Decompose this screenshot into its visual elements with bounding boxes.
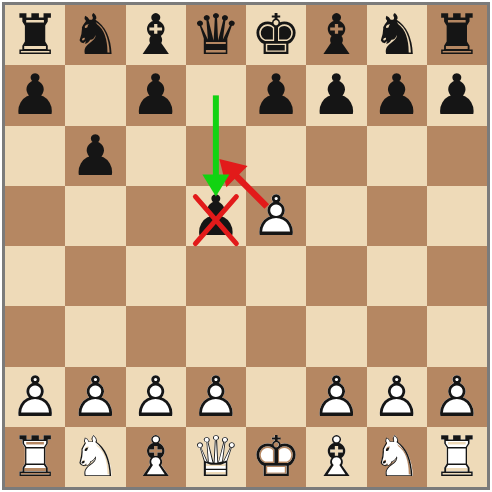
square-b8[interactable]: ♞	[65, 5, 125, 65]
white-pawn: ♟♙	[126, 367, 186, 427]
white-piece-outline: ♙	[367, 367, 427, 427]
white-piece-outline: ♗	[126, 427, 186, 487]
white-piece-outline: ♙	[306, 367, 366, 427]
square-e6[interactable]	[246, 126, 306, 186]
white-piece-outline: ♔	[246, 427, 306, 487]
white-king: ♚♔	[246, 427, 306, 487]
white-piece-outline: ♕	[186, 427, 246, 487]
square-c1[interactable]: ♝♗	[126, 427, 186, 487]
white-pawn: ♟♙	[65, 367, 125, 427]
white-piece-outline: ♙	[186, 367, 246, 427]
square-d8[interactable]: ♛	[186, 5, 246, 65]
white-piece-outline: ♙	[65, 367, 125, 427]
black-pawn: ♟	[186, 186, 246, 246]
square-e7[interactable]: ♟	[246, 65, 306, 125]
black-pawn: ♟	[246, 65, 306, 125]
square-e1[interactable]: ♚♔	[246, 427, 306, 487]
chess-board[interactable]: ♜♞♝♛♚♝♞♜♟♟♟♟♟♟♟♟♟♙♟♙♟♙♟♙♟♙♟♙♟♙♟♙♜♖♞♘♝♗♛♕…	[5, 5, 487, 487]
square-a8[interactable]: ♜	[5, 5, 65, 65]
square-f2[interactable]: ♟♙	[306, 367, 366, 427]
square-a1[interactable]: ♜♖	[5, 427, 65, 487]
chess-diagram: ♜♞♝♛♚♝♞♜♟♟♟♟♟♟♟♟♟♙♟♙♟♙♟♙♟♙♟♙♟♙♟♙♜♖♞♘♝♗♛♕…	[0, 0, 492, 492]
square-f8[interactable]: ♝	[306, 5, 366, 65]
white-knight: ♞♘	[65, 427, 125, 487]
square-c3[interactable]	[126, 306, 186, 366]
white-piece-outline: ♗	[306, 427, 366, 487]
square-b4[interactable]	[65, 246, 125, 306]
black-rook: ♜	[5, 5, 65, 65]
square-h8[interactable]: ♜	[427, 5, 487, 65]
square-c5[interactable]	[126, 186, 186, 246]
square-d6[interactable]	[186, 126, 246, 186]
black-pawn: ♟	[126, 65, 186, 125]
square-g1[interactable]: ♞♘	[367, 427, 427, 487]
white-piece-outline: ♙	[5, 367, 65, 427]
white-pawn: ♟♙	[306, 367, 366, 427]
square-g8[interactable]: ♞	[367, 5, 427, 65]
square-b2[interactable]: ♟♙	[65, 367, 125, 427]
white-pawn: ♟♙	[5, 367, 65, 427]
square-d5[interactable]: ♟	[186, 186, 246, 246]
white-piece-outline: ♖	[427, 427, 487, 487]
white-piece-outline: ♙	[126, 367, 186, 427]
square-h6[interactable]	[427, 126, 487, 186]
board-frame: ♜♞♝♛♚♝♞♜♟♟♟♟♟♟♟♟♟♙♟♙♟♙♟♙♟♙♟♙♟♙♟♙♜♖♞♘♝♗♛♕…	[2, 2, 490, 490]
black-rook: ♜	[427, 5, 487, 65]
square-e4[interactable]	[246, 246, 306, 306]
white-queen: ♛♕	[186, 427, 246, 487]
square-b7[interactable]	[65, 65, 125, 125]
white-pawn: ♟♙	[246, 186, 306, 246]
square-g2[interactable]: ♟♙	[367, 367, 427, 427]
black-bishop: ♝	[126, 5, 186, 65]
square-h3[interactable]	[427, 306, 487, 366]
square-c8[interactable]: ♝	[126, 5, 186, 65]
square-c4[interactable]	[126, 246, 186, 306]
square-f6[interactable]	[306, 126, 366, 186]
square-a3[interactable]	[5, 306, 65, 366]
square-f7[interactable]: ♟	[306, 65, 366, 125]
square-f1[interactable]: ♝♗	[306, 427, 366, 487]
black-king: ♚	[246, 5, 306, 65]
square-f5[interactable]	[306, 186, 366, 246]
square-e2[interactable]	[246, 367, 306, 427]
square-c2[interactable]: ♟♙	[126, 367, 186, 427]
square-h1[interactable]: ♜♖	[427, 427, 487, 487]
square-b1[interactable]: ♞♘	[65, 427, 125, 487]
square-b3[interactable]	[65, 306, 125, 366]
square-d1[interactable]: ♛♕	[186, 427, 246, 487]
square-g3[interactable]	[367, 306, 427, 366]
black-bishop: ♝	[306, 5, 366, 65]
square-c6[interactable]	[126, 126, 186, 186]
white-knight: ♞♘	[367, 427, 427, 487]
black-pawn: ♟	[367, 65, 427, 125]
white-piece-outline: ♖	[5, 427, 65, 487]
square-b5[interactable]	[65, 186, 125, 246]
black-pawn: ♟	[306, 65, 366, 125]
black-knight: ♞	[65, 5, 125, 65]
white-bishop: ♝♗	[306, 427, 366, 487]
white-pawn: ♟♙	[186, 367, 246, 427]
white-pawn: ♟♙	[427, 367, 487, 427]
square-g5[interactable]	[367, 186, 427, 246]
square-h5[interactable]	[427, 186, 487, 246]
black-knight: ♞	[367, 5, 427, 65]
black-pawn: ♟	[427, 65, 487, 125]
square-a2[interactable]: ♟♙	[5, 367, 65, 427]
white-piece-outline: ♘	[367, 427, 427, 487]
square-d7[interactable]	[186, 65, 246, 125]
square-f3[interactable]	[306, 306, 366, 366]
square-a6[interactable]	[5, 126, 65, 186]
square-e8[interactable]: ♚	[246, 5, 306, 65]
square-e3[interactable]	[246, 306, 306, 366]
black-pawn: ♟	[5, 65, 65, 125]
square-a5[interactable]	[5, 186, 65, 246]
square-e5[interactable]: ♟♙	[246, 186, 306, 246]
white-piece-outline: ♙	[427, 367, 487, 427]
white-rook: ♜♖	[427, 427, 487, 487]
square-d2[interactable]: ♟♙	[186, 367, 246, 427]
square-g6[interactable]	[367, 126, 427, 186]
white-pawn: ♟♙	[367, 367, 427, 427]
square-h7[interactable]: ♟	[427, 65, 487, 125]
square-g7[interactable]: ♟	[367, 65, 427, 125]
black-queen: ♛	[186, 5, 246, 65]
square-d4[interactable]	[186, 246, 246, 306]
black-pawn: ♟	[65, 126, 125, 186]
square-b6[interactable]: ♟	[65, 126, 125, 186]
white-rook: ♜♖	[5, 427, 65, 487]
white-piece-outline: ♙	[246, 186, 306, 246]
square-f4[interactable]	[306, 246, 366, 306]
square-a4[interactable]	[5, 246, 65, 306]
square-d3[interactable]	[186, 306, 246, 366]
white-bishop: ♝♗	[126, 427, 186, 487]
white-piece-outline: ♘	[65, 427, 125, 487]
square-c7[interactable]: ♟	[126, 65, 186, 125]
square-h2[interactable]: ♟♙	[427, 367, 487, 427]
square-g4[interactable]	[367, 246, 427, 306]
square-a7[interactable]: ♟	[5, 65, 65, 125]
square-h4[interactable]	[427, 246, 487, 306]
